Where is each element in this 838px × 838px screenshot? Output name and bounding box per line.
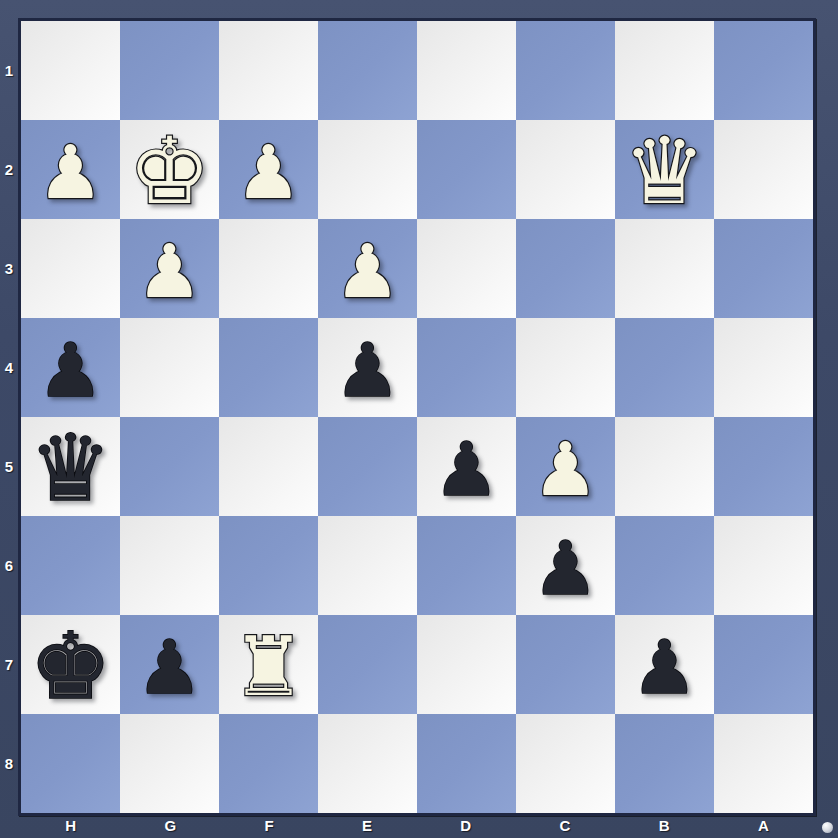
- black-pawn[interactable]: ♟: [532, 531, 598, 605]
- square-c5[interactable]: ♟: [516, 417, 615, 516]
- square-d1[interactable]: [417, 21, 516, 120]
- side-to-move-indicator: [822, 822, 833, 833]
- square-g4[interactable]: [120, 318, 219, 417]
- square-b6[interactable]: [615, 516, 714, 615]
- file-label-e: E: [318, 814, 416, 836]
- square-f6[interactable]: [219, 516, 318, 615]
- square-h7[interactable]: ♚: [21, 615, 120, 714]
- file-label-a: A: [714, 814, 813, 836]
- square-d8[interactable]: [417, 714, 516, 813]
- chess-board-panel: 12345678 ♟♚♟♛♟♟♟♟♛♟♟♟♚♟♜♟ HGFEDCBA: [0, 0, 838, 838]
- white-pawn[interactable]: ♟: [532, 432, 598, 506]
- rank-label-5: 5: [0, 417, 18, 516]
- square-e6[interactable]: [318, 516, 417, 615]
- square-d5[interactable]: ♟: [417, 417, 516, 516]
- square-f7[interactable]: ♜: [219, 615, 318, 714]
- black-king[interactable]: ♚: [29, 621, 111, 713]
- square-h6[interactable]: [21, 516, 120, 615]
- square-c6[interactable]: ♟: [516, 516, 615, 615]
- square-b1[interactable]: [615, 21, 714, 120]
- square-a4[interactable]: [714, 318, 813, 417]
- square-d2[interactable]: [417, 120, 516, 219]
- rank-labels: 12345678: [0, 21, 18, 813]
- square-b7[interactable]: ♟: [615, 615, 714, 714]
- square-e2[interactable]: [318, 120, 417, 219]
- white-rook[interactable]: ♜: [232, 626, 306, 708]
- white-pawn[interactable]: ♟: [37, 135, 103, 209]
- rank-label-2: 2: [0, 120, 18, 219]
- square-f1[interactable]: [219, 21, 318, 120]
- square-d3[interactable]: [417, 219, 516, 318]
- black-pawn[interactable]: ♟: [136, 630, 202, 704]
- file-label-d: D: [416, 814, 515, 836]
- white-king[interactable]: ♚: [128, 126, 210, 218]
- square-g3[interactable]: ♟: [120, 219, 219, 318]
- file-labels: HGFEDCBA: [21, 814, 813, 836]
- file-label-b: B: [615, 814, 714, 836]
- white-pawn[interactable]: ♟: [334, 234, 400, 308]
- square-e4[interactable]: ♟: [318, 318, 417, 417]
- square-d7[interactable]: [417, 615, 516, 714]
- black-pawn[interactable]: ♟: [37, 333, 103, 407]
- square-h8[interactable]: [21, 714, 120, 813]
- square-h5[interactable]: ♛: [21, 417, 120, 516]
- square-g1[interactable]: [120, 21, 219, 120]
- square-b5[interactable]: [615, 417, 714, 516]
- square-c3[interactable]: [516, 219, 615, 318]
- file-label-g: G: [120, 814, 220, 836]
- square-a6[interactable]: [714, 516, 813, 615]
- square-d4[interactable]: [417, 318, 516, 417]
- rank-label-8: 8: [0, 714, 18, 813]
- square-f8[interactable]: [219, 714, 318, 813]
- square-e8[interactable]: [318, 714, 417, 813]
- black-pawn[interactable]: ♟: [631, 630, 697, 704]
- square-b8[interactable]: [615, 714, 714, 813]
- board-frame: ♟♚♟♛♟♟♟♟♛♟♟♟♚♟♜♟: [18, 18, 816, 816]
- square-c2[interactable]: [516, 120, 615, 219]
- square-g7[interactable]: ♟: [120, 615, 219, 714]
- file-label-h: H: [21, 814, 120, 836]
- square-a1[interactable]: [714, 21, 813, 120]
- rank-label-6: 6: [0, 516, 18, 615]
- square-h4[interactable]: ♟: [21, 318, 120, 417]
- rank-label-7: 7: [0, 615, 18, 714]
- square-f4[interactable]: [219, 318, 318, 417]
- square-e3[interactable]: ♟: [318, 219, 417, 318]
- square-e1[interactable]: [318, 21, 417, 120]
- rank-label-4: 4: [0, 318, 18, 417]
- square-a7[interactable]: [714, 615, 813, 714]
- square-g8[interactable]: [120, 714, 219, 813]
- square-b2[interactable]: ♛: [615, 120, 714, 219]
- square-c7[interactable]: [516, 615, 615, 714]
- white-queen[interactable]: ♛: [623, 126, 705, 218]
- white-pawn[interactable]: ♟: [136, 234, 202, 308]
- square-e5[interactable]: [318, 417, 417, 516]
- rank-label-1: 1: [0, 21, 18, 120]
- square-f5[interactable]: [219, 417, 318, 516]
- square-b3[interactable]: [615, 219, 714, 318]
- square-a8[interactable]: [714, 714, 813, 813]
- square-b4[interactable]: [615, 318, 714, 417]
- square-a3[interactable]: [714, 219, 813, 318]
- black-queen[interactable]: ♛: [29, 423, 111, 515]
- file-label-f: F: [220, 814, 318, 836]
- square-f2[interactable]: ♟: [219, 120, 318, 219]
- square-c4[interactable]: [516, 318, 615, 417]
- square-c8[interactable]: [516, 714, 615, 813]
- square-f3[interactable]: [219, 219, 318, 318]
- square-a2[interactable]: [714, 120, 813, 219]
- black-pawn[interactable]: ♟: [334, 333, 400, 407]
- square-h1[interactable]: [21, 21, 120, 120]
- square-h3[interactable]: [21, 219, 120, 318]
- square-a5[interactable]: [714, 417, 813, 516]
- black-pawn[interactable]: ♟: [433, 432, 499, 506]
- square-c1[interactable]: [516, 21, 615, 120]
- rank-label-3: 3: [0, 219, 18, 318]
- square-g6[interactable]: [120, 516, 219, 615]
- square-d6[interactable]: [417, 516, 516, 615]
- white-pawn[interactable]: ♟: [235, 135, 301, 209]
- square-h2[interactable]: ♟: [21, 120, 120, 219]
- square-g2[interactable]: ♚: [120, 120, 219, 219]
- square-g5[interactable]: [120, 417, 219, 516]
- square-e7[interactable]: [318, 615, 417, 714]
- file-label-c: C: [515, 814, 614, 836]
- board-squares: ♟♚♟♛♟♟♟♟♛♟♟♟♚♟♜♟: [21, 21, 813, 813]
